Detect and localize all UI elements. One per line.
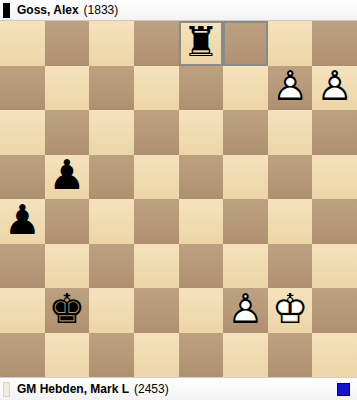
square-f6[interactable] bbox=[223, 110, 268, 155]
square-e6[interactable] bbox=[179, 110, 224, 155]
top-player-bar: Goss, Alex (1833) bbox=[0, 0, 357, 21]
square-f8[interactable] bbox=[223, 21, 268, 66]
square-c8[interactable] bbox=[89, 21, 134, 66]
square-h7[interactable]: ♟♙ bbox=[312, 66, 357, 111]
square-g3[interactable] bbox=[268, 244, 313, 289]
square-c1[interactable] bbox=[89, 333, 134, 378]
square-d3[interactable] bbox=[134, 244, 179, 289]
black-color-chip bbox=[3, 3, 10, 18]
white-to-move-indicator bbox=[337, 383, 350, 396]
square-c7[interactable] bbox=[89, 66, 134, 111]
piece-white-pawn[interactable]: ♟♙ bbox=[223, 288, 268, 333]
square-e3[interactable] bbox=[179, 244, 224, 289]
square-b1[interactable] bbox=[45, 333, 90, 378]
square-d6[interactable] bbox=[134, 110, 179, 155]
square-c5[interactable] bbox=[89, 155, 134, 200]
square-a3[interactable] bbox=[0, 244, 45, 289]
square-e1[interactable] bbox=[179, 333, 224, 378]
bottom-player-rating: (2453) bbox=[134, 382, 169, 396]
bottom-player-bar: GM Hebden, Mark L (2453) bbox=[0, 377, 357, 400]
piece-black-king[interactable]: ♚ bbox=[45, 288, 90, 333]
square-g6[interactable] bbox=[268, 110, 313, 155]
square-h5[interactable] bbox=[312, 155, 357, 200]
square-f3[interactable] bbox=[223, 244, 268, 289]
square-h2[interactable] bbox=[312, 288, 357, 333]
square-b6[interactable] bbox=[45, 110, 90, 155]
square-b7[interactable] bbox=[45, 66, 90, 111]
square-a4[interactable]: ♟ bbox=[0, 199, 45, 244]
square-b2[interactable]: ♚ bbox=[45, 288, 90, 333]
square-d5[interactable] bbox=[134, 155, 179, 200]
bottom-player-name: GM Hebden, Mark L bbox=[17, 382, 129, 396]
piece-white-pawn[interactable]: ♟♙ bbox=[268, 66, 313, 111]
square-f2[interactable]: ♟♙ bbox=[223, 288, 268, 333]
square-g7[interactable]: ♟♙ bbox=[268, 66, 313, 111]
white-color-chip bbox=[3, 382, 10, 397]
top-player-rating: (1833) bbox=[84, 3, 119, 17]
square-c3[interactable] bbox=[89, 244, 134, 289]
square-g2[interactable]: ♚♔ bbox=[268, 288, 313, 333]
square-c6[interactable] bbox=[89, 110, 134, 155]
square-e5[interactable] bbox=[179, 155, 224, 200]
square-g4[interactable] bbox=[268, 199, 313, 244]
chess-game-window: Goss, Alex (1833) ♜♟♙♟♙♟♟♚♟♙♚♔ GM Hebden… bbox=[0, 0, 357, 400]
square-h1[interactable] bbox=[312, 333, 357, 378]
square-d8[interactable] bbox=[134, 21, 179, 66]
square-a6[interactable] bbox=[0, 110, 45, 155]
square-f5[interactable] bbox=[223, 155, 268, 200]
square-g8[interactable] bbox=[268, 21, 313, 66]
square-h6[interactable] bbox=[312, 110, 357, 155]
square-c4[interactable] bbox=[89, 199, 134, 244]
piece-white-pawn[interactable]: ♟♙ bbox=[312, 66, 357, 111]
square-e4[interactable] bbox=[179, 199, 224, 244]
square-g5[interactable] bbox=[268, 155, 313, 200]
piece-black-pawn[interactable]: ♟ bbox=[45, 155, 90, 200]
square-d7[interactable] bbox=[134, 66, 179, 111]
square-b5[interactable]: ♟ bbox=[45, 155, 90, 200]
square-f4[interactable] bbox=[223, 199, 268, 244]
square-h8[interactable] bbox=[312, 21, 357, 66]
square-f7[interactable] bbox=[223, 66, 268, 111]
chess-board: ♜♟♙♟♙♟♟♚♟♙♚♔ bbox=[0, 21, 357, 377]
square-h3[interactable] bbox=[312, 244, 357, 289]
square-c2[interactable] bbox=[89, 288, 134, 333]
piece-black-rook[interactable]: ♜ bbox=[179, 21, 224, 66]
square-a7[interactable] bbox=[0, 66, 45, 111]
square-d1[interactable] bbox=[134, 333, 179, 378]
square-f1[interactable] bbox=[223, 333, 268, 378]
square-g1[interactable] bbox=[268, 333, 313, 378]
square-b4[interactable] bbox=[45, 199, 90, 244]
square-h4[interactable] bbox=[312, 199, 357, 244]
square-d4[interactable] bbox=[134, 199, 179, 244]
square-b8[interactable] bbox=[45, 21, 90, 66]
square-e2[interactable] bbox=[179, 288, 224, 333]
top-player-name: Goss, Alex bbox=[17, 3, 79, 17]
square-b3[interactable] bbox=[45, 244, 90, 289]
square-e8[interactable]: ♜ bbox=[179, 21, 224, 66]
square-d2[interactable] bbox=[134, 288, 179, 333]
square-a2[interactable] bbox=[0, 288, 45, 333]
square-e7[interactable] bbox=[179, 66, 224, 111]
piece-black-pawn[interactable]: ♟ bbox=[0, 199, 45, 244]
piece-white-king[interactable]: ♚♔ bbox=[268, 288, 313, 333]
square-a5[interactable] bbox=[0, 155, 45, 200]
square-a8[interactable] bbox=[0, 21, 45, 66]
square-a1[interactable] bbox=[0, 333, 45, 378]
